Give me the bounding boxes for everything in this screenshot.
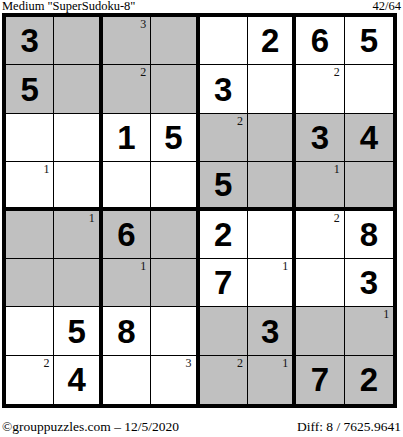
titlebar: Medium "SuperSudoku-8" 42/64 <box>2 0 401 13</box>
given-digit: 3 <box>261 315 279 348</box>
given-digit: 5 <box>21 73 39 106</box>
cell-r3c8[interactable]: 4 <box>345 114 393 162</box>
pencil-mark: 2 <box>140 66 146 79</box>
cell-r3c5[interactable]: 2 <box>200 114 248 162</box>
cell-r7c4[interactable] <box>151 307 199 355</box>
cell-r5c8[interactable]: 8 <box>345 211 393 259</box>
given-digit: 6 <box>311 24 329 57</box>
cell-r3c7[interactable]: 3 <box>296 114 344 162</box>
cell-r4c6[interactable] <box>248 162 296 210</box>
cell-r2c4[interactable] <box>151 65 199 113</box>
given-digit: 5 <box>164 121 182 154</box>
cell-r8c5[interactable]: 2 <box>200 356 248 404</box>
pencil-mark: 3 <box>186 357 192 370</box>
cell-r1c5[interactable] <box>200 17 248 65</box>
cell-r8c7[interactable]: 7 <box>296 356 344 404</box>
pencil-mark: 1 <box>140 260 146 273</box>
cell-r2c2[interactable] <box>54 65 102 113</box>
cell-r7c7[interactable] <box>296 307 344 355</box>
cell-r4c8[interactable] <box>345 162 393 210</box>
sudoku-board: 3326552321523415116228171358312432172 <box>2 13 397 408</box>
cell-r3c2[interactable] <box>54 114 102 162</box>
cell-r8c6[interactable]: 1 <box>248 356 296 404</box>
pencil-mark: 1 <box>282 260 288 273</box>
cell-r3c1[interactable] <box>6 114 54 162</box>
difficulty-label: Diff: 8 / 7625.9641 <box>297 419 401 435</box>
cell-r1c8[interactable]: 5 <box>345 17 393 65</box>
cell-r5c7[interactable]: 2 <box>296 211 344 259</box>
pencil-mark: 2 <box>334 66 340 79</box>
puzzle-page: Medium "SuperSudoku-8" 42/64 33265523215… <box>0 0 403 437</box>
given-digit: 5 <box>67 315 85 348</box>
cell-r6c3[interactable]: 1 <box>103 259 151 307</box>
given-digit: 7 <box>214 266 232 299</box>
cell-r8c4[interactable]: 3 <box>151 356 199 404</box>
pencil-mark: 3 <box>140 18 146 31</box>
given-digit: 7 <box>311 363 329 396</box>
given-digit: 2 <box>261 24 279 57</box>
cell-r2c8[interactable] <box>345 65 393 113</box>
cell-r7c2[interactable]: 5 <box>54 307 102 355</box>
puzzle-title: Medium "SuperSudoku-8" <box>2 0 135 13</box>
cell-r6c1[interactable] <box>6 259 54 307</box>
cell-r3c6[interactable] <box>248 114 296 162</box>
pencil-mark: 1 <box>383 308 389 321</box>
cell-r2c3[interactable]: 2 <box>103 65 151 113</box>
cell-r7c5[interactable] <box>200 307 248 355</box>
given-digit: 8 <box>360 218 378 251</box>
given-digit: 8 <box>117 315 135 348</box>
pencil-mark: 2 <box>334 212 340 225</box>
cell-r6c5[interactable]: 7 <box>200 259 248 307</box>
progress-counter: 42/64 <box>373 0 401 13</box>
given-digit: 4 <box>360 121 378 154</box>
given-digit: 1 <box>117 121 135 154</box>
cell-r2c7[interactable]: 2 <box>296 65 344 113</box>
pencil-mark: 1 <box>334 163 340 176</box>
pencil-mark: 1 <box>43 163 49 176</box>
cell-r1c3[interactable]: 3 <box>103 17 151 65</box>
given-digit: 3 <box>214 73 232 106</box>
cell-r4c4[interactable] <box>151 162 199 210</box>
cell-r7c1[interactable] <box>6 307 54 355</box>
cell-r5c4[interactable] <box>151 211 199 259</box>
cell-r4c2[interactable] <box>54 162 102 210</box>
given-digit: 3 <box>360 266 378 299</box>
cell-r1c7[interactable]: 6 <box>296 17 344 65</box>
cell-r4c3[interactable] <box>103 162 151 210</box>
cell-r2c6[interactable] <box>248 65 296 113</box>
cell-r4c5[interactable]: 5 <box>200 162 248 210</box>
given-digit: 4 <box>67 363 85 396</box>
cell-r5c3[interactable]: 6 <box>103 211 151 259</box>
cell-r5c6[interactable] <box>248 211 296 259</box>
cell-r1c2[interactable] <box>54 17 102 65</box>
cell-r7c3[interactable]: 8 <box>103 307 151 355</box>
pencil-mark: 2 <box>237 357 243 370</box>
pencil-mark: 1 <box>282 357 288 370</box>
cell-r2c1[interactable]: 5 <box>6 65 54 113</box>
given-digit: 5 <box>360 24 378 57</box>
cell-r4c7[interactable]: 1 <box>296 162 344 210</box>
cell-r4c1[interactable]: 1 <box>6 162 54 210</box>
cell-r6c4[interactable] <box>151 259 199 307</box>
given-digit: 2 <box>214 218 232 251</box>
cell-r7c8[interactable]: 1 <box>345 307 393 355</box>
pencil-mark: 2 <box>43 357 49 370</box>
cell-r1c6[interactable]: 2 <box>248 17 296 65</box>
cell-r6c2[interactable] <box>54 259 102 307</box>
copyright-credit: ©grouppuzzles.com – 12/5/2020 <box>2 419 179 435</box>
cell-r8c8[interactable]: 2 <box>345 356 393 404</box>
footer: ©grouppuzzles.com – 12/5/2020 Diff: 8 / … <box>2 417 401 435</box>
given-digit: 3 <box>311 121 329 154</box>
cell-r5c5[interactable]: 2 <box>200 211 248 259</box>
pencil-mark: 1 <box>89 212 95 225</box>
cell-r8c3[interactable] <box>103 356 151 404</box>
cell-r5c2[interactable]: 1 <box>54 211 102 259</box>
cell-r1c4[interactable] <box>151 17 199 65</box>
cell-r8c2[interactable]: 4 <box>54 356 102 404</box>
cell-r7c6[interactable]: 3 <box>248 307 296 355</box>
pencil-mark: 2 <box>237 115 243 128</box>
cell-r3c4[interactable]: 5 <box>151 114 199 162</box>
cell-r2c5[interactable]: 3 <box>200 65 248 113</box>
cell-r5c1[interactable] <box>6 211 54 259</box>
cell-r1c1[interactable]: 3 <box>6 17 54 65</box>
given-digit: 6 <box>117 218 135 251</box>
given-digit: 5 <box>214 168 232 201</box>
cell-r6c7[interactable] <box>296 259 344 307</box>
given-digit: 2 <box>360 363 378 396</box>
cell-r3c3[interactable]: 1 <box>103 114 151 162</box>
given-digit: 3 <box>21 24 39 57</box>
cell-r8c1[interactable]: 2 <box>6 356 54 404</box>
cell-r6c6[interactable]: 1 <box>248 259 296 307</box>
cell-r6c8[interactable]: 3 <box>345 259 393 307</box>
